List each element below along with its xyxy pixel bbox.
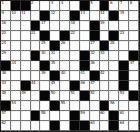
cell-r13c4[interactable] <box>31 121 41 131</box>
clue-number: 1 <box>2 1 4 5</box>
clue-number: 48 <box>2 91 6 95</box>
cell-r7c8[interactable] <box>70 61 80 71</box>
cell-r8c7[interactable]: 40 <box>60 71 70 81</box>
cell-r7c4[interactable] <box>31 61 41 71</box>
black-cell-r12c8 <box>70 111 80 121</box>
clue-number: 40 <box>61 71 65 75</box>
black-cell-r8c10 <box>90 71 100 81</box>
cell-r6c12[interactable] <box>109 51 119 61</box>
clue-number: 16 <box>2 21 6 25</box>
cell-r3c12[interactable] <box>109 21 119 31</box>
cell-r11c9[interactable] <box>80 101 90 111</box>
cell-r1c14[interactable]: 8 <box>129 1 139 11</box>
clue-number: 3 <box>51 1 53 5</box>
cell-r4c8[interactable]: 22 <box>70 31 80 41</box>
cell-r11c12[interactable]: 56 <box>109 101 119 111</box>
cell-r8c1[interactable]: 38 <box>1 71 11 81</box>
clue-number: 38 <box>2 71 6 75</box>
cell-r10c2[interactable] <box>11 91 21 101</box>
black-cell-r2c12 <box>109 11 119 21</box>
crossword-screenshot: 1234567891011121314151617181920212223242… <box>0 0 140 132</box>
cell-r12c7[interactable] <box>60 111 70 121</box>
clue-number: 46 <box>80 81 84 85</box>
black-cell-r10c5 <box>40 91 50 101</box>
cell-r11c2[interactable]: 54 <box>11 101 21 111</box>
black-cell-r7c1 <box>1 61 11 71</box>
cell-r9c1[interactable]: 43 <box>1 81 11 91</box>
black-cell-r12c4 <box>31 111 41 121</box>
black-cell-r1c2 <box>11 1 21 11</box>
clue-number: 14 <box>100 11 104 15</box>
clue-number: 10 <box>11 11 15 15</box>
crossword-board: 1234567891011121314151617181920212223242… <box>0 0 140 132</box>
clue-number: 13 <box>80 11 84 15</box>
cell-r10c11[interactable] <box>100 91 110 101</box>
cell-r4c13[interactable]: 23 <box>119 31 129 41</box>
clue-number: 33 <box>100 51 104 55</box>
clue-number: 64 <box>120 121 124 125</box>
clue-number: 22 <box>70 31 74 35</box>
cell-r6c13[interactable] <box>119 51 129 61</box>
black-cell-r4c12 <box>109 31 119 41</box>
black-cell-r13c8 <box>70 121 80 131</box>
cell-r4c4[interactable]: 21 <box>31 31 41 41</box>
cell-r4c1[interactable]: 20 <box>1 31 11 41</box>
cell-r10c6[interactable]: 50 <box>50 91 60 101</box>
clue-number: 59 <box>80 111 84 115</box>
cell-r5c12[interactable]: 28 <box>109 41 119 51</box>
clue-number: 34 <box>11 61 15 65</box>
cell-r13c5[interactable] <box>40 121 50 131</box>
cell-r5c2[interactable] <box>11 41 21 51</box>
cell-r2c2[interactable]: 10 <box>11 11 21 21</box>
clue-number: 26 <box>61 41 65 45</box>
cell-r6c8[interactable] <box>70 51 80 61</box>
black-cell-r8c13 <box>119 71 129 81</box>
black-cell-r6c9 <box>80 51 90 61</box>
cell-r8c12[interactable] <box>109 71 119 81</box>
cell-r1c10[interactable]: 5 <box>90 1 100 11</box>
cell-r11c14[interactable] <box>129 101 139 111</box>
clue-number: 6 <box>110 1 112 5</box>
clue-number: 31 <box>51 51 55 55</box>
cell-r10c12[interactable] <box>109 91 119 101</box>
cell-r4c3[interactable] <box>21 31 31 41</box>
clue-number: 27 <box>90 41 94 45</box>
cell-r1c8[interactable] <box>70 1 80 11</box>
cell-r9c7[interactable] <box>60 81 70 91</box>
black-cell-r8c6 <box>50 71 60 81</box>
black-cell-r4c5 <box>40 31 50 41</box>
cell-r2c6[interactable]: 12 <box>50 11 60 21</box>
black-cell-r4c10 <box>90 31 100 41</box>
cell-r5c10[interactable]: 27 <box>90 41 100 51</box>
clue-number: 41 <box>80 71 84 75</box>
cell-r10c1[interactable]: 48 <box>1 91 11 101</box>
clue-number: 2 <box>31 1 33 5</box>
black-cell-r5c6 <box>50 41 60 51</box>
cell-r2c9[interactable]: 13 <box>80 11 90 21</box>
black-cell-r13c6 <box>50 121 60 131</box>
cell-r13c13[interactable]: 64 <box>119 121 129 131</box>
cell-r11c13[interactable] <box>119 101 129 111</box>
cell-r8c3[interactable] <box>21 71 31 81</box>
cell-r13c2[interactable] <box>11 121 21 131</box>
clue-number: 25 <box>41 41 45 45</box>
cell-r11c4[interactable] <box>31 101 41 111</box>
cell-r12c11[interactable]: 60 <box>100 111 110 121</box>
cell-r1c5[interactable] <box>40 1 50 11</box>
cell-r9c6[interactable]: 45 <box>50 81 60 91</box>
cell-r6c3[interactable] <box>21 51 31 61</box>
cell-r3c6[interactable] <box>50 21 60 31</box>
black-cell-r3c10 <box>90 21 100 31</box>
cell-r8c9[interactable]: 41 <box>80 71 90 81</box>
clue-number: 44 <box>31 81 35 85</box>
clue-number: 36 <box>90 61 94 65</box>
clue-number: 39 <box>41 71 45 75</box>
clue-number: 58 <box>41 111 45 115</box>
cell-r6c10[interactable]: 32 <box>90 51 100 61</box>
clue-number: 42 <box>100 71 104 75</box>
black-cell-r7c9 <box>80 61 90 71</box>
black-cell-r1c11 <box>100 1 110 11</box>
cell-r2c10[interactable] <box>90 11 100 21</box>
black-cell-r6c4 <box>31 51 41 61</box>
cell-r5c8[interactable] <box>70 41 80 51</box>
clue-number: 37 <box>130 61 134 65</box>
black-cell-r1c3 <box>21 1 31 11</box>
cell-r8c4[interactable] <box>31 71 41 81</box>
clue-number: 30 <box>41 51 45 55</box>
clue-number: 50 <box>51 91 55 95</box>
clue-number: 29 <box>2 51 6 55</box>
cell-r4c6[interactable] <box>50 31 60 41</box>
clue-number: 21 <box>31 31 35 35</box>
cell-r6c7[interactable] <box>60 51 70 61</box>
clue-number: 5 <box>90 1 92 5</box>
cell-r9c14[interactable] <box>129 81 139 91</box>
black-cell-r10c9 <box>80 91 90 101</box>
cell-r11c7[interactable]: 55 <box>60 101 70 111</box>
clue-number: 55 <box>61 101 65 105</box>
cell-r12c10[interactable] <box>90 111 100 121</box>
cell-r1c12[interactable]: 6 <box>109 1 119 11</box>
cell-r7c3[interactable] <box>21 61 31 71</box>
cell-r9c4[interactable]: 44 <box>31 81 41 91</box>
cell-r7c7[interactable] <box>60 61 70 71</box>
cell-r11c8[interactable] <box>70 101 80 111</box>
black-cell-r9c13 <box>119 81 129 91</box>
clue-number: 56 <box>110 101 114 105</box>
black-cell-r6c14 <box>129 51 139 61</box>
cell-r11c5[interactable] <box>40 101 50 111</box>
cell-r5c1[interactable]: 24 <box>1 41 11 51</box>
cell-r8c2[interactable] <box>11 71 21 81</box>
cell-r12c9[interactable]: 59 <box>80 111 90 121</box>
cell-r6c2[interactable] <box>11 51 21 61</box>
black-cell-r9c8 <box>70 81 80 91</box>
cell-r4c11[interactable] <box>100 31 110 41</box>
cell-r4c2[interactable] <box>11 31 21 41</box>
clue-number: 62 <box>2 121 6 125</box>
cell-r3c1[interactable]: 16 <box>1 21 11 31</box>
cell-r7c11[interactable] <box>100 61 110 71</box>
black-cell-r11c11 <box>100 101 110 111</box>
clue-number: 52 <box>90 91 94 95</box>
clue-number: 49 <box>21 91 25 95</box>
cell-r5c9[interactable] <box>80 41 90 51</box>
cell-r1c7[interactable]: 4 <box>60 1 70 11</box>
clue-number: 43 <box>2 81 6 85</box>
black-cell-r13c9 <box>80 121 90 131</box>
cell-r9c10[interactable]: 47 <box>90 81 100 91</box>
cell-r3c3[interactable] <box>21 21 31 31</box>
black-cell-r11c1 <box>1 101 11 111</box>
clue-number: 61 <box>120 111 124 115</box>
black-cell-r9c3 <box>21 81 31 91</box>
black-cell-r7c13 <box>119 61 129 71</box>
black-cell-r11c6 <box>50 101 60 111</box>
black-cell-r2c8 <box>70 11 80 21</box>
cell-r6c1[interactable]: 29 <box>1 51 11 61</box>
cell-r12c14[interactable] <box>129 111 139 121</box>
cell-r6c5[interactable]: 30 <box>40 51 50 61</box>
cell-r8c14[interactable] <box>129 71 139 81</box>
clue-number: 15 <box>120 11 124 15</box>
cell-r12c13[interactable]: 61 <box>119 111 129 121</box>
cell-r8c11[interactable]: 42 <box>100 71 110 81</box>
clue-number: 28 <box>110 41 114 45</box>
black-cell-r1c9 <box>80 1 90 11</box>
cell-r3c2[interactable] <box>11 21 21 31</box>
clue-number: 54 <box>11 101 15 105</box>
cell-r7c14[interactable]: 37 <box>129 61 139 71</box>
cell-r5c3[interactable] <box>21 41 31 51</box>
cell-r7c10[interactable]: 36 <box>90 61 100 71</box>
cell-r3c5[interactable]: 17 <box>40 21 50 31</box>
cell-r8c8[interactable] <box>70 71 80 81</box>
cell-r11c10[interactable] <box>90 101 100 111</box>
cell-r11c3[interactable] <box>21 101 31 111</box>
cell-r1c1[interactable]: 1 <box>1 1 11 11</box>
cell-r5c13[interactable] <box>119 41 129 51</box>
clue-number: 12 <box>51 11 55 15</box>
cell-r13c11[interactable] <box>100 121 110 131</box>
clue-number: 45 <box>51 81 55 85</box>
cell-r9c5[interactable] <box>40 81 50 91</box>
cell-r4c9[interactable] <box>80 31 90 41</box>
cell-r5c4[interactable] <box>31 41 41 51</box>
cell-r10c3[interactable]: 49 <box>21 91 31 101</box>
cell-r10c13[interactable]: 53 <box>119 91 129 101</box>
cell-r13c1[interactable]: 62 <box>1 121 11 131</box>
cell-r6c6[interactable]: 31 <box>50 51 60 61</box>
cell-r4c14[interactable] <box>129 31 139 41</box>
cell-r7c2[interactable]: 34 <box>11 61 21 71</box>
black-cell-r12c12 <box>109 111 119 121</box>
cell-r2c14[interactable] <box>129 11 139 21</box>
cell-r5c7[interactable]: 26 <box>60 41 70 51</box>
clue-number: 20 <box>2 31 6 35</box>
clue-number: 18 <box>70 21 74 25</box>
cell-r9c11[interactable] <box>100 81 110 91</box>
cell-r9c9[interactable]: 46 <box>80 81 90 91</box>
black-cell-r7c5 <box>40 61 50 71</box>
clue-number: 32 <box>90 51 94 55</box>
black-cell-r4c7 <box>60 31 70 41</box>
clue-number: 35 <box>51 61 55 65</box>
clue-number: 57 <box>2 111 6 115</box>
clue-number: 11 <box>21 11 25 15</box>
cell-r6c11[interactable]: 33 <box>100 51 110 61</box>
cell-r1c13[interactable]: 7 <box>119 1 129 11</box>
cell-r3c8[interactable]: 18 <box>70 21 80 31</box>
cell-r3c7[interactable] <box>60 21 70 31</box>
cell-r10c10[interactable]: 52 <box>90 91 100 101</box>
cell-r2c13[interactable]: 15 <box>119 11 129 21</box>
clue-number: 53 <box>120 91 124 95</box>
clue-number: 47 <box>90 81 94 85</box>
cell-r3c14[interactable] <box>129 21 139 31</box>
cell-r9c12[interactable] <box>109 81 119 91</box>
cell-r12c2[interactable] <box>11 111 21 121</box>
clue-number: 8 <box>130 1 132 5</box>
cell-r5c14[interactable] <box>129 41 139 51</box>
black-cell-r2c5 <box>40 11 50 21</box>
cell-r8c5[interactable]: 39 <box>40 71 50 81</box>
clue-number: 63 <box>90 121 94 125</box>
cell-r10c7[interactable] <box>60 91 70 101</box>
black-cell-r13c12 <box>109 121 119 131</box>
clue-number: 4 <box>61 1 63 5</box>
clue-number: 51 <box>70 91 74 95</box>
cell-r2c4[interactable] <box>31 11 41 21</box>
cell-r3c11[interactable]: 19 <box>100 21 110 31</box>
cell-r3c9[interactable] <box>80 21 90 31</box>
black-cell-r3c4 <box>31 21 41 31</box>
clue-number: 19 <box>100 21 104 25</box>
cell-r13c14[interactable] <box>129 121 139 131</box>
cell-r12c6[interactable] <box>50 111 60 121</box>
cell-r13c7[interactable] <box>60 121 70 131</box>
black-cell-r10c14 <box>129 91 139 101</box>
cell-r2c3[interactable]: 11 <box>21 11 31 21</box>
clue-number: 9 <box>2 11 4 15</box>
clue-number: 24 <box>2 41 6 45</box>
cell-r1c4[interactable]: 2 <box>31 1 41 11</box>
cell-r1c6[interactable]: 3 <box>50 1 60 11</box>
black-cell-r5c11 <box>100 41 110 51</box>
cell-r7c12[interactable] <box>109 61 119 71</box>
cell-r2c11[interactable]: 14 <box>100 11 110 21</box>
clue-number: 60 <box>100 111 104 115</box>
cell-r10c8[interactable]: 51 <box>70 91 80 101</box>
cell-r10c4[interactable] <box>31 91 41 101</box>
cell-r12c5[interactable]: 58 <box>40 111 50 121</box>
cell-r12c3[interactable] <box>21 111 31 121</box>
cell-r2c1[interactable]: 9 <box>1 11 11 21</box>
cell-r13c3[interactable] <box>21 121 31 131</box>
cell-r5c5[interactable]: 25 <box>40 41 50 51</box>
cell-r9c2[interactable] <box>11 81 21 91</box>
clue-number: 17 <box>41 21 45 25</box>
cell-r7c6[interactable]: 35 <box>50 61 60 71</box>
clue-number: 7 <box>120 1 122 5</box>
clue-number: 23 <box>120 31 124 35</box>
cell-r13c10[interactable]: 63 <box>90 121 100 131</box>
cell-r12c1[interactable]: 57 <box>1 111 11 121</box>
cell-r3c13[interactable] <box>119 21 129 31</box>
cell-r2c7[interactable] <box>60 11 70 21</box>
